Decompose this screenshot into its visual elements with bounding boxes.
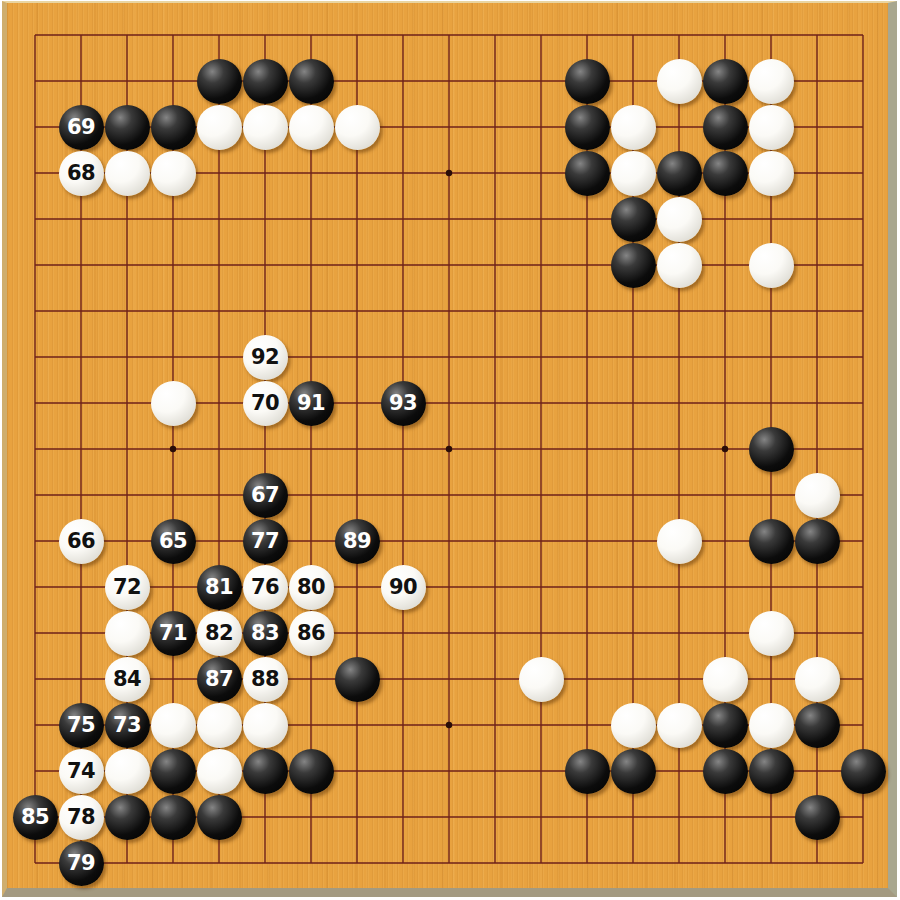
stone-white[interactable] (105, 749, 150, 794)
move-90-white[interactable]: 90 (381, 565, 426, 610)
stone-white[interactable] (703, 657, 748, 702)
move-67-black[interactable]: 67 (243, 473, 288, 518)
move-number-label: 67 (251, 485, 279, 506)
move-80-white[interactable]: 80 (289, 565, 334, 610)
stone-black[interactable] (611, 749, 656, 794)
move-number-label: 81 (205, 577, 233, 598)
stones-layer: 6968927091936766657789728176809071828386… (12, 12, 886, 886)
move-88-white[interactable]: 88 (243, 657, 288, 702)
move-91-black[interactable]: 91 (289, 381, 334, 426)
move-83-black[interactable]: 83 (243, 611, 288, 656)
stone-black[interactable] (795, 795, 840, 840)
move-number-label: 76 (251, 577, 279, 598)
stone-white[interactable] (657, 59, 702, 104)
stone-black[interactable] (611, 197, 656, 242)
stone-black[interactable] (243, 59, 288, 104)
stone-black[interactable] (749, 427, 794, 472)
move-number-label: 68 (67, 163, 95, 184)
stone-white[interactable] (519, 657, 564, 702)
stone-black[interactable] (151, 749, 196, 794)
stone-black[interactable] (795, 703, 840, 748)
move-number-label: 79 (67, 853, 95, 874)
move-number-label: 73 (113, 715, 141, 736)
stone-white[interactable] (749, 611, 794, 656)
move-79-black[interactable]: 79 (59, 841, 104, 886)
stone-black[interactable] (703, 703, 748, 748)
move-81-black[interactable]: 81 (197, 565, 242, 610)
move-89-black[interactable]: 89 (335, 519, 380, 564)
stone-white[interactable] (795, 473, 840, 518)
stone-white[interactable] (749, 105, 794, 150)
move-number-label: 75 (67, 715, 95, 736)
move-71-black[interactable]: 71 (151, 611, 196, 656)
move-number-label: 89 (343, 531, 371, 552)
stone-black[interactable] (105, 795, 150, 840)
stone-white[interactable] (335, 105, 380, 150)
move-number-label: 80 (297, 577, 325, 598)
stone-black[interactable] (243, 749, 288, 794)
stone-white[interactable] (749, 243, 794, 288)
stone-white[interactable] (749, 703, 794, 748)
move-number-label: 84 (113, 669, 141, 690)
stone-white[interactable] (197, 703, 242, 748)
stone-white[interactable] (795, 657, 840, 702)
stone-white[interactable] (657, 519, 702, 564)
stone-white[interactable] (611, 703, 656, 748)
stone-white[interactable] (243, 703, 288, 748)
move-92-white[interactable]: 92 (243, 335, 288, 380)
move-number-label: 87 (205, 669, 233, 690)
stone-black[interactable] (703, 749, 748, 794)
move-number-label: 66 (67, 531, 95, 552)
stone-black[interactable] (841, 749, 886, 794)
stone-white[interactable] (289, 105, 334, 150)
stone-white[interactable] (197, 749, 242, 794)
stone-black[interactable] (611, 243, 656, 288)
stone-black[interactable] (703, 151, 748, 196)
move-number-label: 93 (389, 393, 417, 414)
go-board-diagram: 6968927091936766657789728176809071828386… (0, 0, 900, 900)
stone-white[interactable] (151, 703, 196, 748)
stone-black[interactable] (795, 519, 840, 564)
move-70-white[interactable]: 70 (243, 381, 288, 426)
move-number-label: 85 (21, 807, 49, 828)
stone-black[interactable] (565, 749, 610, 794)
stone-black[interactable] (703, 105, 748, 150)
move-number-label: 74 (67, 761, 95, 782)
move-84-white[interactable]: 84 (105, 657, 150, 702)
move-number-label: 88 (251, 669, 279, 690)
move-number-label: 90 (389, 577, 417, 598)
stone-black[interactable] (565, 105, 610, 150)
stone-black[interactable] (105, 105, 150, 150)
move-73-black[interactable]: 73 (105, 703, 150, 748)
move-number-label: 92 (251, 347, 279, 368)
move-86-white[interactable]: 86 (289, 611, 334, 656)
stone-black[interactable] (335, 657, 380, 702)
move-number-label: 65 (159, 531, 187, 552)
move-number-label: 71 (159, 623, 187, 644)
stone-black[interactable] (657, 151, 702, 196)
stone-black[interactable] (749, 749, 794, 794)
move-78-white[interactable]: 78 (59, 795, 104, 840)
stone-black[interactable] (289, 749, 334, 794)
move-number-label: 78 (67, 807, 95, 828)
move-number-label: 82 (205, 623, 233, 644)
stone-white[interactable] (243, 105, 288, 150)
move-69-black[interactable]: 69 (59, 105, 104, 150)
move-87-black[interactable]: 87 (197, 657, 242, 702)
stone-black[interactable] (565, 59, 610, 104)
stone-black[interactable] (749, 519, 794, 564)
stone-white[interactable] (749, 151, 794, 196)
move-number-label: 72 (113, 577, 141, 598)
stone-white[interactable] (611, 151, 656, 196)
move-72-white[interactable]: 72 (105, 565, 150, 610)
stone-white[interactable] (657, 197, 702, 242)
move-93-black[interactable]: 93 (381, 381, 426, 426)
move-number-label: 70 (251, 393, 279, 414)
move-68-white[interactable]: 68 (59, 151, 104, 196)
move-85-black[interactable]: 85 (13, 795, 58, 840)
stone-black[interactable] (151, 105, 196, 150)
stone-white[interactable] (105, 611, 150, 656)
stone-black[interactable] (703, 59, 748, 104)
move-75-black[interactable]: 75 (59, 703, 104, 748)
stone-black[interactable] (289, 59, 334, 104)
move-number-label: 86 (297, 623, 325, 644)
stone-white[interactable] (749, 59, 794, 104)
move-77-black[interactable]: 77 (243, 519, 288, 564)
move-number-label: 77 (251, 531, 279, 552)
stone-black[interactable] (565, 151, 610, 196)
move-74-white[interactable]: 74 (59, 749, 104, 794)
move-82-white[interactable]: 82 (197, 611, 242, 656)
stone-white[interactable] (151, 381, 196, 426)
stone-white[interactable] (151, 151, 196, 196)
stone-black[interactable] (197, 59, 242, 104)
move-65-black[interactable]: 65 (151, 519, 196, 564)
stone-white[interactable] (657, 243, 702, 288)
stone-white[interactable] (611, 105, 656, 150)
move-number-label: 91 (297, 393, 325, 414)
move-number-label: 83 (251, 623, 279, 644)
stone-black[interactable] (197, 795, 242, 840)
stone-white[interactable] (197, 105, 242, 150)
move-number-label: 69 (67, 117, 95, 138)
stone-white[interactable] (105, 151, 150, 196)
move-66-white[interactable]: 66 (59, 519, 104, 564)
stone-white[interactable] (657, 703, 702, 748)
stone-black[interactable] (151, 795, 196, 840)
move-76-white[interactable]: 76 (243, 565, 288, 610)
